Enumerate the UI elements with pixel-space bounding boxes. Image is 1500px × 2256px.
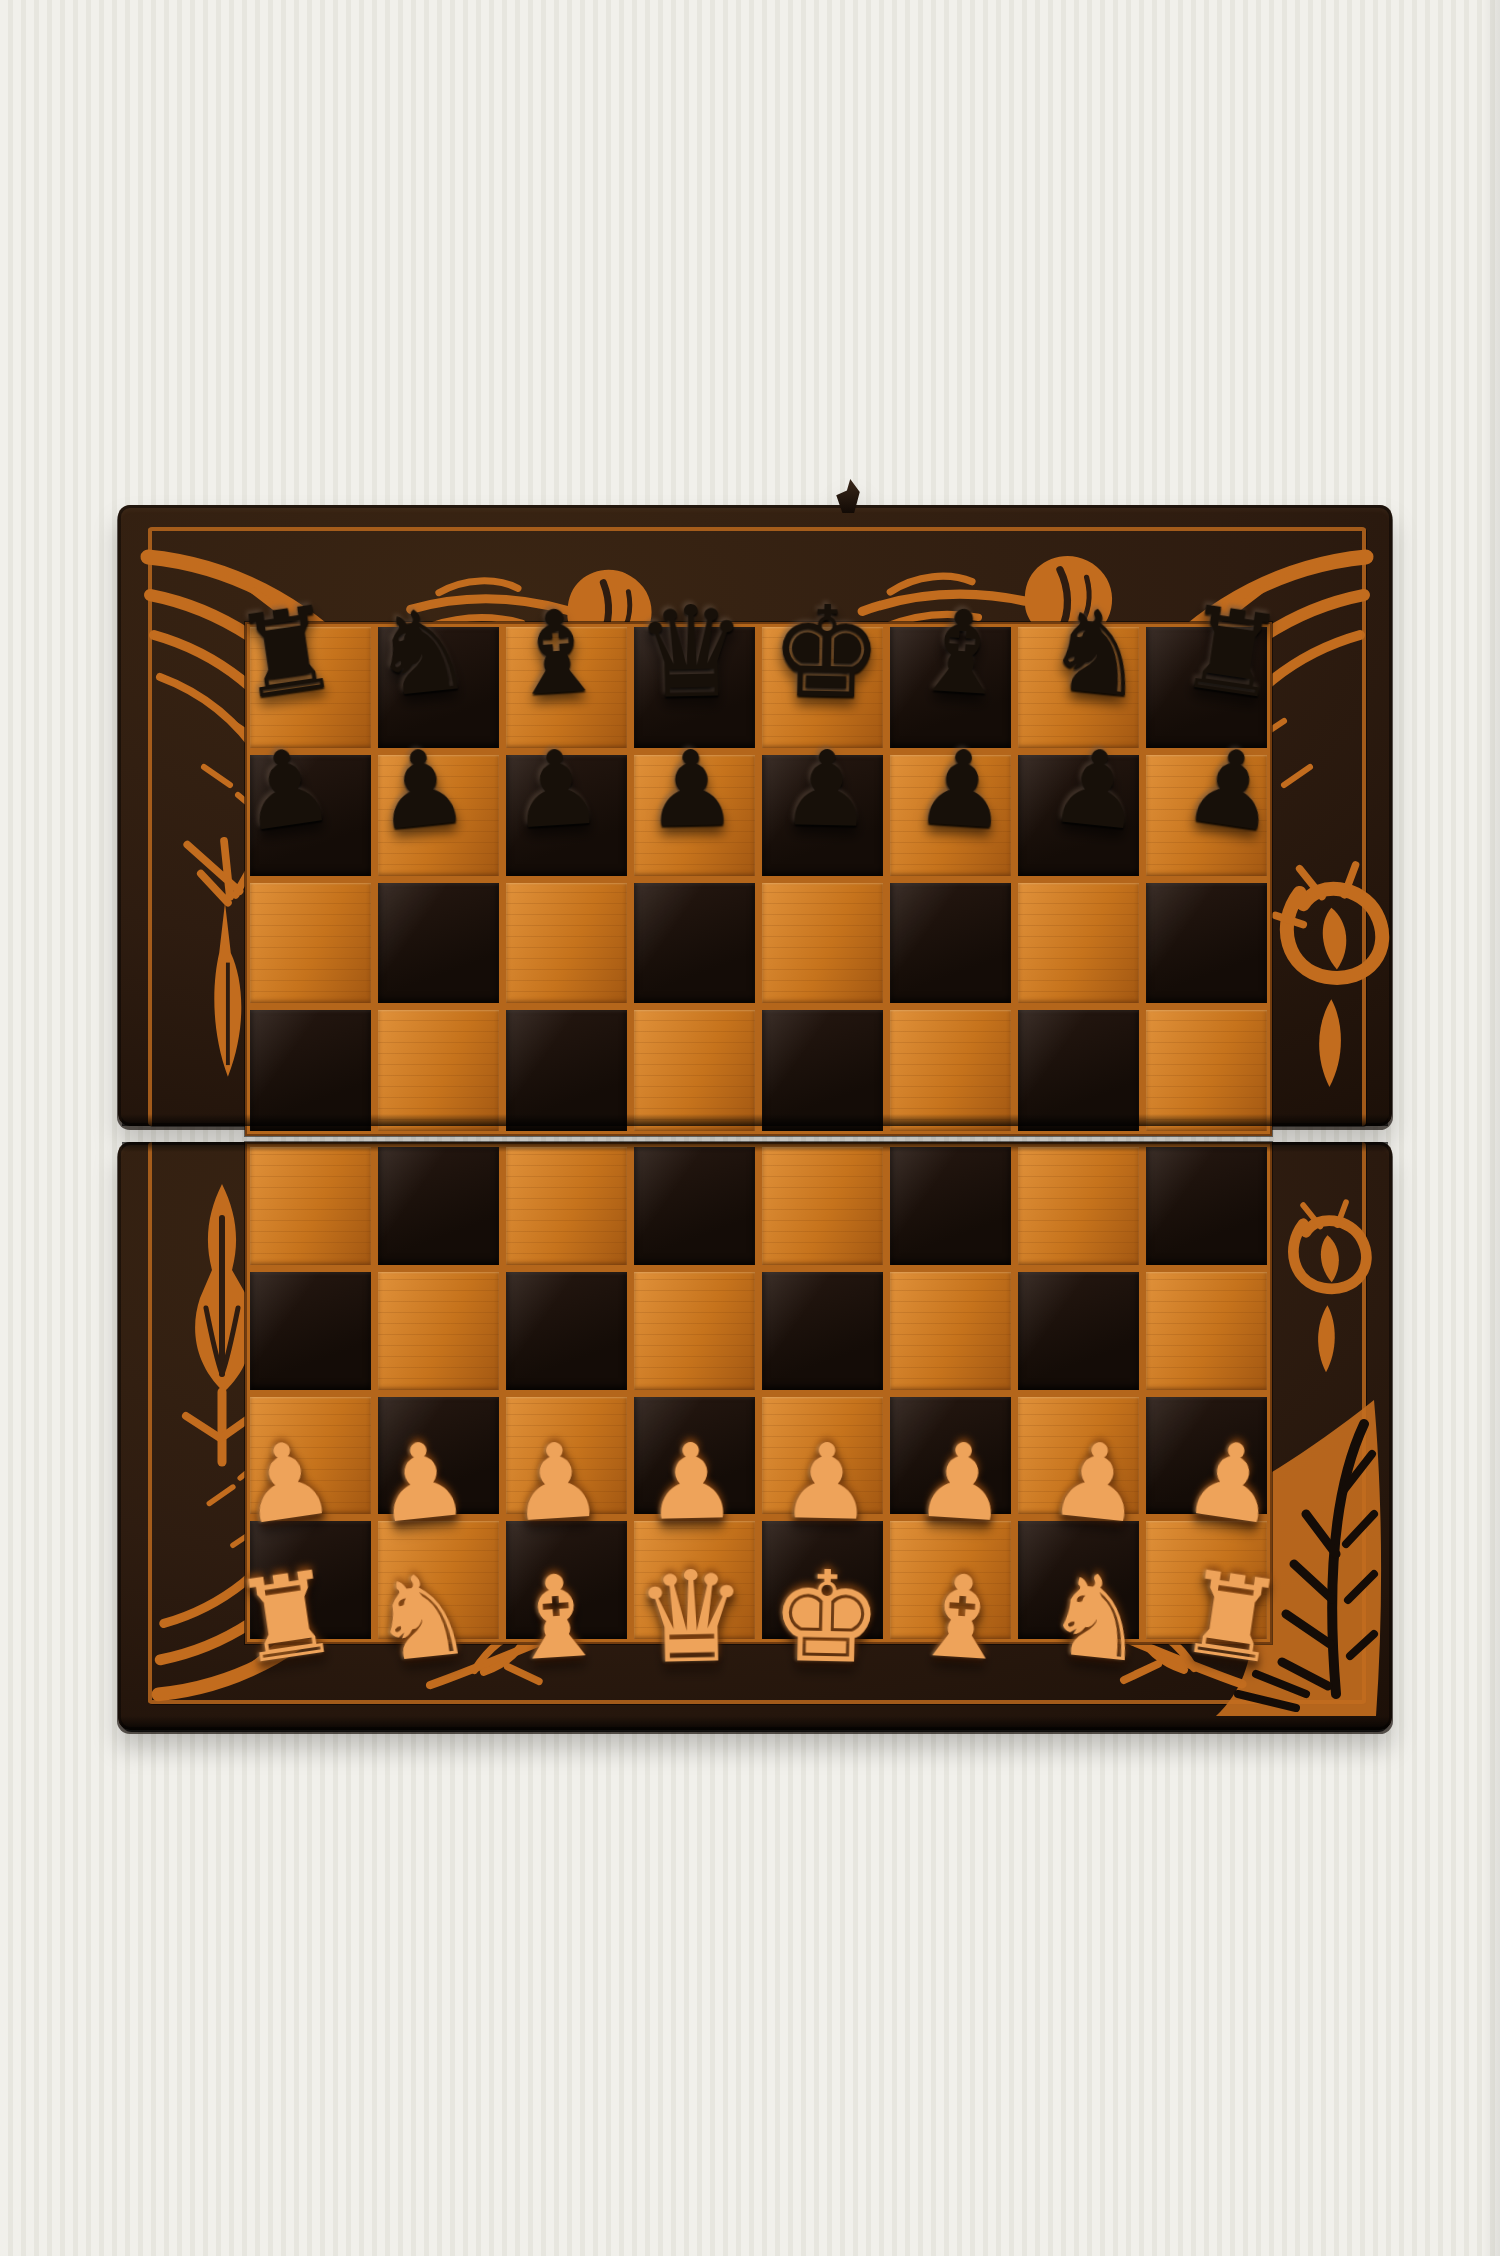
square-h7[interactable]: ♟ xyxy=(1146,755,1267,876)
square-b7[interactable]: ♟ xyxy=(378,755,499,876)
square-f6[interactable] xyxy=(890,883,1011,1004)
square-c4[interactable] xyxy=(506,1147,627,1265)
piece-white-pawn-b2[interactable]: ♟ xyxy=(355,1416,488,1546)
square-g2[interactable]: ♟ xyxy=(1018,1397,1139,1515)
square-e3[interactable] xyxy=(762,1272,883,1390)
piece-black-king-e8[interactable]: ♚ xyxy=(765,592,889,715)
square-e7[interactable]: ♟ xyxy=(762,755,883,876)
square-e5[interactable] xyxy=(762,1010,883,1131)
piece-black-pawn-c7[interactable]: ♟ xyxy=(492,725,620,853)
piece-black-bishop-c8[interactable]: ♝ xyxy=(492,589,620,717)
square-a5[interactable] xyxy=(250,1010,371,1131)
piece-white-knight-b1[interactable]: ♞ xyxy=(355,1553,488,1683)
square-d6[interactable] xyxy=(634,883,755,1004)
piece-black-pawn-f7[interactable]: ♟ xyxy=(897,725,1025,853)
square-g5[interactable] xyxy=(1018,1010,1139,1131)
square-c7[interactable]: ♟ xyxy=(506,755,627,876)
chess-board: ♜♞♝♛♚♝♞♜♟♟♟♟♟♟♟♟ xyxy=(118,505,1392,1730)
square-f4[interactable] xyxy=(890,1147,1011,1265)
piece-black-knight-b8[interactable]: ♞ xyxy=(355,587,488,720)
piece-black-pawn-g7[interactable]: ♟ xyxy=(1030,723,1163,856)
square-f2[interactable]: ♟ xyxy=(890,1397,1011,1515)
square-d3[interactable] xyxy=(634,1272,755,1390)
piece-black-rook-h8[interactable]: ♜ xyxy=(1163,585,1300,722)
photo-background: ♜♞♝♛♚♝♞♜♟♟♟♟♟♟♟♟ xyxy=(0,0,1500,2256)
piece-black-knight-g8[interactable]: ♞ xyxy=(1030,587,1163,720)
piece-white-pawn-h2[interactable]: ♟ xyxy=(1163,1414,1300,1548)
square-b2[interactable]: ♟ xyxy=(378,1397,499,1515)
square-b6[interactable] xyxy=(378,883,499,1004)
piece-black-pawn-a7[interactable]: ♟ xyxy=(218,721,355,858)
piece-black-queen-d8[interactable]: ♛ xyxy=(630,592,754,715)
square-g7[interactable]: ♟ xyxy=(1018,755,1139,876)
square-f3[interactable] xyxy=(890,1272,1011,1390)
square-a4[interactable] xyxy=(250,1147,371,1265)
square-h3[interactable] xyxy=(1146,1272,1267,1390)
piece-white-pawn-e2[interactable]: ♟ xyxy=(765,1421,888,1541)
piece-black-pawn-h7[interactable]: ♟ xyxy=(1163,721,1300,858)
square-g4[interactable] xyxy=(1018,1147,1139,1265)
square-h4[interactable] xyxy=(1146,1147,1267,1265)
square-b3[interactable] xyxy=(378,1272,499,1390)
piece-white-pawn-c2[interactable]: ♟ xyxy=(492,1419,620,1544)
piece-white-pawn-g2[interactable]: ♟ xyxy=(1030,1416,1163,1546)
piece-white-rook-a1[interactable]: ♜ xyxy=(218,1551,355,1685)
piece-white-pawn-f2[interactable]: ♟ xyxy=(897,1419,1025,1544)
square-a6[interactable] xyxy=(250,883,371,1004)
board-half-top: ♜♞♝♛♚♝♞♜♟♟♟♟♟♟♟♟ xyxy=(118,505,1392,1126)
piece-white-bishop-f1[interactable]: ♝ xyxy=(897,1556,1025,1681)
square-d7[interactable]: ♟ xyxy=(634,755,755,876)
grid-ranks-4-1: ♟♟♟♟♟♟♟♟♜♞♝♛♚♝♞♜ xyxy=(245,1142,1272,1644)
piece-white-bishop-c1[interactable]: ♝ xyxy=(492,1556,620,1681)
piece-black-bishop-f8[interactable]: ♝ xyxy=(897,589,1025,717)
square-e4[interactable] xyxy=(762,1147,883,1265)
piece-black-pawn-e7[interactable]: ♟ xyxy=(765,727,889,850)
piece-white-pawn-a2[interactable]: ♟ xyxy=(218,1414,355,1548)
grid-ranks-8-5: ♜♞♝♛♚♝♞♜♟♟♟♟♟♟♟♟ xyxy=(245,622,1272,1136)
square-f5[interactable] xyxy=(890,1010,1011,1131)
square-g6[interactable] xyxy=(1018,883,1139,1004)
square-h5[interactable] xyxy=(1146,1010,1267,1131)
square-f7[interactable]: ♟ xyxy=(890,755,1011,876)
square-e6[interactable] xyxy=(762,883,883,1004)
board-half-bottom: ♟♟♟♟♟♟♟♟♜♞♝♛♚♝♞♜ xyxy=(118,1142,1392,1730)
piece-white-knight-g1[interactable]: ♞ xyxy=(1030,1553,1163,1683)
square-a7[interactable]: ♟ xyxy=(250,755,371,876)
square-e2[interactable]: ♟ xyxy=(762,1397,883,1515)
square-b4[interactable] xyxy=(378,1147,499,1265)
square-a3[interactable] xyxy=(250,1272,371,1390)
clasp-hook xyxy=(834,479,862,513)
square-c6[interactable] xyxy=(506,883,627,1004)
square-b5[interactable] xyxy=(378,1010,499,1131)
square-h6[interactable] xyxy=(1146,883,1267,1004)
piece-white-queen-d1[interactable]: ♛ xyxy=(630,1558,753,1678)
square-c5[interactable] xyxy=(506,1010,627,1131)
square-c3[interactable] xyxy=(506,1272,627,1390)
square-d5[interactable] xyxy=(634,1010,755,1131)
square-c2[interactable]: ♟ xyxy=(506,1397,627,1515)
piece-black-pawn-d7[interactable]: ♟ xyxy=(630,727,754,850)
square-d4[interactable] xyxy=(634,1147,755,1265)
piece-white-rook-h1[interactable]: ♜ xyxy=(1163,1551,1300,1685)
piece-white-king-e1[interactable]: ♚ xyxy=(765,1558,888,1678)
piece-black-pawn-b7[interactable]: ♟ xyxy=(355,723,488,856)
piece-white-pawn-d2[interactable]: ♟ xyxy=(630,1421,753,1541)
square-h2[interactable]: ♟ xyxy=(1146,1397,1267,1515)
piece-black-rook-a8[interactable]: ♜ xyxy=(218,585,355,722)
square-d2[interactable]: ♟ xyxy=(634,1397,755,1515)
square-a2[interactable]: ♟ xyxy=(250,1397,371,1515)
square-g3[interactable] xyxy=(1018,1272,1139,1390)
